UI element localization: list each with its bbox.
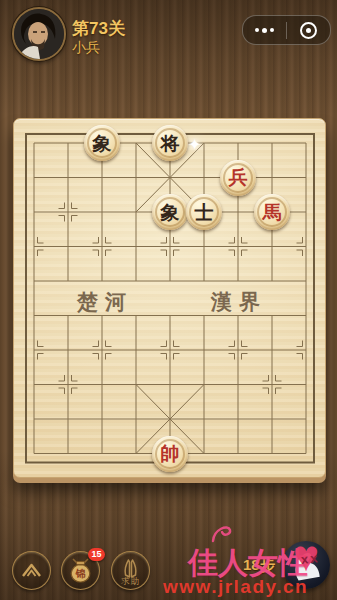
more-menu-button[interactable] [243, 16, 286, 44]
sparkle-star-icon: ✦ [188, 135, 201, 154]
piece-馬[interactable]: 馬 [254, 194, 290, 230]
horse-logo-button[interactable] [282, 541, 330, 589]
board-grid [14, 119, 325, 477]
piece-char: 帥 [161, 444, 180, 463]
piece-char: 象 [93, 134, 112, 153]
avatar [12, 7, 66, 61]
hint-count-badge: 15 [88, 548, 105, 561]
level-title: 第73关 [72, 17, 125, 40]
avatar-portrait-icon [14, 9, 64, 59]
watermark-swirl-icon [210, 521, 236, 545]
collapse-button[interactable] [12, 551, 51, 590]
hint-bag-icon: 锦 [67, 557, 94, 584]
exit-button[interactable] [287, 16, 330, 44]
app-screen: 第73关 小兵 楚河 漢界 象将兵象士馬帥 ✦ 锦 15 [0, 0, 337, 600]
piece-象[interactable]: 象 [152, 194, 188, 230]
piece-char: 馬 [263, 203, 282, 222]
target-circle-icon [300, 22, 317, 39]
river-label-left: 楚河 [77, 288, 133, 316]
hint-bag-button[interactable]: 锦 15 [61, 551, 100, 590]
xiangqi-board[interactable]: 楚河 漢界 象将兵象士馬帥 ✦ [13, 118, 326, 478]
piece-char: 象 [161, 203, 180, 222]
steps-counter: 18步 [243, 556, 275, 575]
horse-head-icon [282, 541, 330, 589]
piece-士[interactable]: 士 [186, 194, 222, 230]
help-label: 求助 [112, 576, 149, 588]
three-dots-icon [255, 28, 274, 33]
piece-兵[interactable]: 兵 [220, 160, 256, 196]
wechat-capsule [242, 15, 331, 45]
piece-将[interactable]: 将 [152, 125, 188, 161]
piece-帥[interactable]: 帥 [152, 436, 188, 472]
piece-象[interactable]: 象 [84, 125, 120, 161]
ask-help-button[interactable]: 求助 [111, 551, 150, 590]
piece-char: 兵 [229, 168, 248, 187]
piece-char: 士 [195, 203, 214, 222]
piece-char: 将 [161, 134, 180, 153]
river-label-right: 漢界 [211, 288, 267, 316]
collapse-chevron-icon [18, 557, 45, 584]
stage-name: 小兵 [72, 39, 100, 57]
svg-text:锦: 锦 [75, 568, 86, 579]
